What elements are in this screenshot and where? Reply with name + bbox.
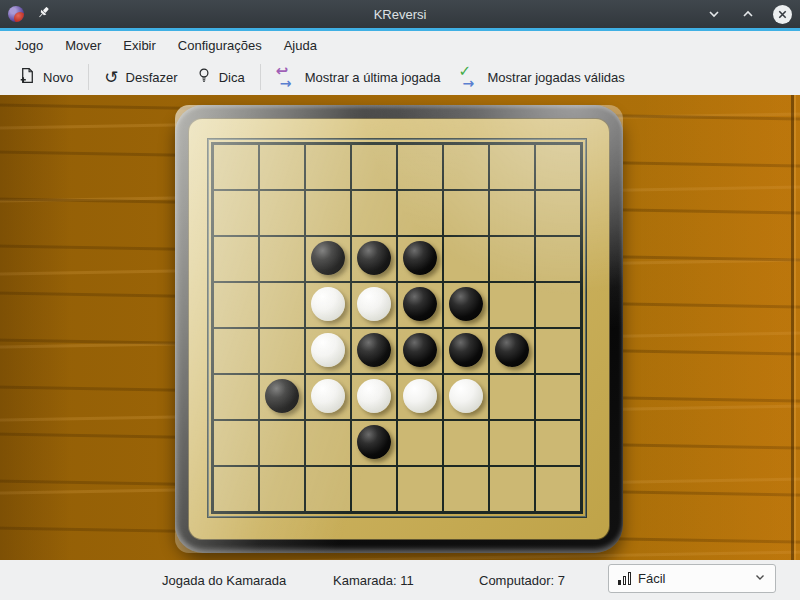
board-cell-g3[interactable] (490, 237, 534, 281)
difficulty-dropdown[interactable]: Fácil (608, 564, 776, 593)
board-cell-f2[interactable] (444, 191, 488, 235)
board-cell-d8[interactable] (352, 467, 396, 511)
kreversi-window: KReversi Jogo Mover Exibir Configurações… (0, 0, 800, 600)
board-frame (175, 105, 623, 553)
maximize-icon[interactable] (739, 5, 757, 23)
board-cell-c1[interactable] (306, 145, 350, 189)
white-disc (357, 287, 391, 321)
black-disc (495, 333, 529, 367)
black-disc (403, 241, 437, 275)
board-cell-a3[interactable] (214, 237, 258, 281)
new-game-button[interactable]: Novo (10, 62, 82, 92)
board-cell-c2[interactable] (306, 191, 350, 235)
board-cell-a1[interactable] (214, 145, 258, 189)
board-cell-e6[interactable] (398, 375, 442, 419)
board-cell-c5[interactable] (306, 329, 350, 373)
board-cell-g8[interactable] (490, 467, 534, 511)
board-cell-h8[interactable] (536, 467, 580, 511)
difficulty-bars-icon (618, 572, 631, 585)
menubar: Jogo Mover Exibir Configurações Ajuda (0, 31, 800, 59)
undo-icon: ↺ (104, 69, 118, 86)
board-cell-d7[interactable] (352, 421, 396, 465)
board-cell-b2[interactable] (260, 191, 304, 235)
undo-button[interactable]: ↺ Desfazer (95, 64, 186, 91)
board-cell-a8[interactable] (214, 467, 258, 511)
board-cell-c4[interactable] (306, 283, 350, 327)
board-cell-g6[interactable] (490, 375, 534, 419)
reversi-board (211, 142, 583, 514)
turn-indicator: Jogada do Kamarada (162, 573, 286, 588)
black-disc (357, 241, 391, 275)
board-cell-d4[interactable] (352, 283, 396, 327)
menu-configuracoes[interactable]: Configurações (167, 33, 273, 58)
menu-exibir[interactable]: Exibir (112, 33, 167, 58)
window-title: KReversi (0, 7, 800, 22)
board-cell-b4[interactable] (260, 283, 304, 327)
board-cell-h1[interactable] (536, 145, 580, 189)
board-cell-d3[interactable] (352, 237, 396, 281)
board-cell-f7[interactable] (444, 421, 488, 465)
menu-jogo[interactable]: Jogo (4, 33, 54, 58)
minimize-icon[interactable] (705, 5, 723, 23)
board-cell-g1[interactable] (490, 145, 534, 189)
board-cell-g7[interactable] (490, 421, 534, 465)
show-last-move-button[interactable]: ↩→ Mostrar a última jogada (267, 62, 450, 92)
toolbar-separator (260, 64, 261, 90)
board-cell-h4[interactable] (536, 283, 580, 327)
black-disc (449, 287, 483, 321)
titlebar: KReversi (0, 0, 800, 28)
board-cell-h2[interactable] (536, 191, 580, 235)
white-disc (449, 379, 483, 413)
board-cell-e3[interactable] (398, 237, 442, 281)
board-cell-c6[interactable] (306, 375, 350, 419)
board-cell-d5[interactable] (352, 329, 396, 373)
game-area (0, 95, 800, 560)
board-cell-a5[interactable] (214, 329, 258, 373)
board-cell-c8[interactable] (306, 467, 350, 511)
white-disc (357, 379, 391, 413)
board-cell-h5[interactable] (536, 329, 580, 373)
board-cell-g2[interactable] (490, 191, 534, 235)
board-cell-g4[interactable] (490, 283, 534, 327)
show-valid-moves-button[interactable]: ✓→ Mostrar jogadas válidas (450, 62, 634, 92)
toolbar-separator (88, 64, 89, 90)
valid-moves-check-icon: ✓→ (459, 67, 481, 87)
pin-icon[interactable] (36, 5, 51, 23)
board-cell-a2[interactable] (214, 191, 258, 235)
board-cell-f1[interactable] (444, 145, 488, 189)
menu-mover[interactable]: Mover (54, 33, 112, 58)
white-score: Computador: 7 (479, 573, 565, 588)
black-disc (357, 425, 391, 459)
board-cell-f6[interactable] (444, 375, 488, 419)
black-disc (357, 333, 391, 367)
board-cell-e4[interactable] (398, 283, 442, 327)
board-cell-b7[interactable] (260, 421, 304, 465)
toolbar: Novo ↺ Desfazer Dica ↩→ Mostrar a última… (0, 59, 800, 95)
board-cell-d6[interactable] (352, 375, 396, 419)
white-disc (311, 333, 345, 367)
board-cell-f3[interactable] (444, 237, 488, 281)
close-icon[interactable] (773, 5, 792, 24)
board-cell-b8[interactable] (260, 467, 304, 511)
board-cell-e1[interactable] (398, 145, 442, 189)
white-disc (403, 379, 437, 413)
board-cell-h3[interactable] (536, 237, 580, 281)
board-cell-f8[interactable] (444, 467, 488, 511)
board-cell-c3[interactable] (306, 237, 350, 281)
board-cell-d1[interactable] (352, 145, 396, 189)
board-cell-b3[interactable] (260, 237, 304, 281)
board-cell-e5[interactable] (398, 329, 442, 373)
hint-button[interactable]: Dica (187, 62, 254, 92)
board-grid-outer (208, 139, 586, 517)
white-disc (311, 379, 345, 413)
board-cell-b5[interactable] (260, 329, 304, 373)
board-cell-b6[interactable] (260, 375, 304, 419)
board-cell-a4[interactable] (214, 283, 258, 327)
board-cell-b1[interactable] (260, 145, 304, 189)
board-cell-h6[interactable] (536, 375, 580, 419)
board-cell-e2[interactable] (398, 191, 442, 235)
board-cell-a7[interactable] (214, 421, 258, 465)
board-cell-h7[interactable] (536, 421, 580, 465)
chevron-down-icon (754, 571, 766, 586)
difficulty-value: Fácil (638, 571, 747, 586)
black-disc (403, 333, 437, 367)
white-disc (311, 287, 345, 321)
board-cell-e7[interactable] (398, 421, 442, 465)
board-cell-d2[interactable] (352, 191, 396, 235)
board-cell-g5[interactable] (490, 329, 534, 373)
black-disc (311, 241, 345, 275)
board-cell-f5[interactable] (444, 329, 488, 373)
menu-ajuda[interactable]: Ajuda (273, 33, 328, 58)
board-cell-a6[interactable] (214, 375, 258, 419)
board-cell-c7[interactable] (306, 421, 350, 465)
new-document-icon (19, 67, 36, 87)
black-disc (403, 287, 437, 321)
black-disc (265, 379, 299, 413)
kreversi-app-icon (8, 6, 24, 22)
board-cell-e8[interactable] (398, 467, 442, 511)
statusbar: Jogada do Kamarada Kamarada: 11 Computad… (0, 560, 800, 600)
hint-bulb-icon (196, 67, 212, 87)
last-move-arrows-icon: ↩→ (276, 67, 298, 87)
black-score: Kamarada: 11 (333, 573, 414, 588)
black-disc (449, 333, 483, 367)
board-cell-f4[interactable] (444, 283, 488, 327)
